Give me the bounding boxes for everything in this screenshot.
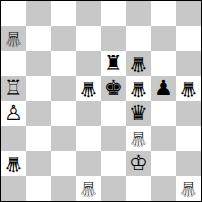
piece-black-grasshopper: ♛ [79,76,98,101]
piece-white-rook: ♖ [4,76,23,101]
piece-white-grasshopper: ♕ [79,176,98,201]
piece-black-grasshopper: ♛ [129,76,148,101]
square-h8[interactable] [176,1,201,26]
piece-black-pawn: ♟ [154,76,173,101]
square-h6[interactable] [176,51,201,76]
square-h5[interactable]: ♛ [176,76,201,101]
square-g2[interactable] [151,151,176,176]
square-e8[interactable] [101,1,126,26]
square-g4[interactable] [151,101,176,126]
square-d2[interactable] [76,151,101,176]
square-f7[interactable] [126,26,151,51]
square-h3[interactable] [176,126,201,151]
square-a1[interactable] [1,176,26,201]
square-h7[interactable] [176,26,201,51]
square-c3[interactable] [51,126,76,151]
square-e1[interactable] [101,176,126,201]
square-d8[interactable] [76,1,101,26]
piece-white-pawn: ♙ [4,101,23,126]
square-c5[interactable] [51,76,76,101]
square-a5[interactable]: ♖ [1,76,26,101]
square-f3[interactable]: ♕ [126,126,151,151]
piece-black-grasshopper: ♛ [129,51,148,76]
piece-black-grasshopper: ♛ [179,76,198,101]
square-d1[interactable]: ♕ [76,176,101,201]
square-f1[interactable] [126,176,151,201]
square-h2[interactable] [176,151,201,176]
square-c7[interactable] [51,26,76,51]
square-d5[interactable]: ♛ [76,76,101,101]
square-b2[interactable] [26,151,51,176]
piece-white-king: ♔ [129,151,148,176]
square-a8[interactable] [1,1,26,26]
square-f2[interactable]: ♔ [126,151,151,176]
square-e5[interactable]: ♚ [101,76,126,101]
square-d3[interactable] [76,126,101,151]
piece-black-rook: ♜ [104,51,123,76]
square-b3[interactable] [26,126,51,151]
square-f4[interactable]: ♛ [126,101,151,126]
square-b5[interactable] [26,76,51,101]
piece-black-queen: ♛ [129,101,148,126]
piece-white-grasshopper: ♕ [179,176,198,201]
square-h1[interactable]: ♕ [176,176,201,201]
square-e3[interactable] [101,126,126,151]
square-b6[interactable] [26,51,51,76]
square-f8[interactable] [126,1,151,26]
square-c8[interactable] [51,1,76,26]
square-c6[interactable] [51,51,76,76]
square-b8[interactable] [26,1,51,26]
square-c1[interactable] [51,176,76,201]
square-d4[interactable] [76,101,101,126]
square-b7[interactable] [26,26,51,51]
square-d7[interactable] [76,26,101,51]
square-a6[interactable] [1,51,26,76]
square-g1[interactable] [151,176,176,201]
piece-black-king: ♚ [104,76,123,101]
square-g7[interactable] [151,26,176,51]
square-b4[interactable] [26,101,51,126]
square-b1[interactable] [26,176,51,201]
square-g3[interactable] [151,126,176,151]
piece-white-grasshopper: ♕ [129,126,148,151]
chess-board: ♕♜♛♖♛♚♛♟♛♙♛♕♛♔♕♕ [0,0,202,202]
square-e4[interactable] [101,101,126,126]
square-a7[interactable]: ♕ [1,26,26,51]
square-g8[interactable] [151,1,176,26]
square-c4[interactable] [51,101,76,126]
square-g5[interactable]: ♟ [151,76,176,101]
square-c2[interactable] [51,151,76,176]
square-e7[interactable] [101,26,126,51]
square-h4[interactable] [176,101,201,126]
square-a4[interactable]: ♙ [1,101,26,126]
square-a3[interactable] [1,126,26,151]
square-e2[interactable] [101,151,126,176]
square-a2[interactable]: ♛ [1,151,26,176]
piece-white-grasshopper: ♕ [4,26,23,51]
square-e6[interactable]: ♜ [101,51,126,76]
square-d6[interactable] [76,51,101,76]
square-f5[interactable]: ♛ [126,76,151,101]
square-g6[interactable] [151,51,176,76]
diagram: ♕♜♛♖♛♚♛♟♛♙♛♕♛♔♕♕ [0,0,202,202]
piece-black-grasshopper: ♛ [4,151,23,176]
square-f6[interactable]: ♛ [126,51,151,76]
